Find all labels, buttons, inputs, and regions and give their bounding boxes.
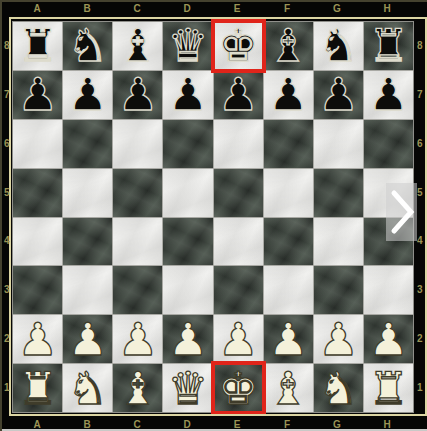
black-rook: ♜ <box>17 23 57 68</box>
white-knight: ♞ <box>68 366 108 411</box>
file-label-top-e: E <box>234 3 241 14</box>
square-a4[interactable] <box>13 218 62 266</box>
black-rook: ♜ <box>368 23 408 68</box>
next-move-button[interactable] <box>386 183 417 241</box>
square-g8[interactable]: ♞ <box>314 22 363 70</box>
square-e7[interactable]: ♟ <box>214 71 263 119</box>
square-f7[interactable]: ♟ <box>264 71 313 119</box>
white-rook: ♜ <box>368 366 408 411</box>
square-a8[interactable]: ♜ <box>13 22 62 70</box>
square-f4[interactable] <box>264 218 313 266</box>
black-knight: ♞ <box>68 23 108 68</box>
square-g6[interactable] <box>314 120 363 168</box>
black-pawn: ♟ <box>368 72 408 117</box>
rank-label-right-2: 2 <box>417 332 423 343</box>
square-b1[interactable]: ♞ <box>63 364 112 412</box>
square-b7[interactable]: ♟ <box>63 71 112 119</box>
black-bishop: ♝ <box>118 23 158 68</box>
rank-label-left-4: 4 <box>4 235 10 246</box>
square-h7[interactable]: ♟ <box>364 71 413 119</box>
square-d4[interactable] <box>163 218 212 266</box>
next-chevron-icon <box>388 184 416 240</box>
square-d7[interactable]: ♟ <box>163 71 212 119</box>
square-a6[interactable] <box>13 120 62 168</box>
square-g5[interactable] <box>314 169 363 217</box>
square-g1[interactable]: ♞ <box>314 364 363 412</box>
white-pawn: ♟ <box>368 317 408 362</box>
square-c4[interactable] <box>113 218 162 266</box>
file-label-top-a: A <box>33 3 40 14</box>
square-a5[interactable] <box>13 169 62 217</box>
square-h6[interactable] <box>364 120 413 168</box>
square-c2[interactable]: ♟ <box>113 315 162 363</box>
black-pawn: ♟ <box>318 72 358 117</box>
white-pawn: ♟ <box>218 317 258 362</box>
square-g2[interactable]: ♟ <box>314 315 363 363</box>
white-pawn: ♟ <box>268 317 308 362</box>
square-d3[interactable] <box>163 266 212 314</box>
square-b2[interactable]: ♟ <box>63 315 112 363</box>
white-pawn: ♟ <box>318 317 358 362</box>
square-e8[interactable]: ♚ <box>214 22 263 70</box>
square-c5[interactable] <box>113 169 162 217</box>
black-pawn: ♟ <box>268 72 308 117</box>
rank-label-left-7: 7 <box>4 89 10 100</box>
square-f6[interactable] <box>264 120 313 168</box>
white-bishop: ♝ <box>268 366 308 411</box>
square-c1[interactable]: ♝ <box>113 364 162 412</box>
square-e6[interactable] <box>214 120 263 168</box>
square-d8[interactable]: ♛ <box>163 22 212 70</box>
square-e3[interactable] <box>214 266 263 314</box>
rank-label-left-8: 8 <box>4 40 10 51</box>
rank-label-right-4: 4 <box>417 235 423 246</box>
white-rook: ♜ <box>17 366 57 411</box>
square-a7[interactable]: ♟ <box>13 71 62 119</box>
square-d5[interactable] <box>163 169 212 217</box>
square-c8[interactable]: ♝ <box>113 22 162 70</box>
black-pawn: ♟ <box>218 72 258 117</box>
black-king: ♚ <box>218 23 258 68</box>
square-e4[interactable] <box>214 218 263 266</box>
white-pawn: ♟ <box>68 317 108 362</box>
square-h2[interactable]: ♟ <box>364 315 413 363</box>
square-e2[interactable]: ♟ <box>214 315 263 363</box>
file-label-top-d: D <box>183 3 190 14</box>
rank-label-left-2: 2 <box>4 332 10 343</box>
square-f8[interactable]: ♝ <box>264 22 313 70</box>
square-h8[interactable]: ♜ <box>364 22 413 70</box>
white-bishop: ♝ <box>118 366 158 411</box>
black-bishop: ♝ <box>268 23 308 68</box>
file-label-top-h: H <box>383 3 390 14</box>
square-d1[interactable]: ♛ <box>163 364 212 412</box>
chess-app-window: ♜♞♝♛♚♝♞♜♟♟♟♟♟♟♟♟♟♟♟♟♟♟♟♟♜♞♝♛♚♝♞♜ ABCDEFG… <box>0 0 427 431</box>
black-pawn: ♟ <box>68 72 108 117</box>
black-knight: ♞ <box>318 23 358 68</box>
file-label-top-g: G <box>333 3 341 14</box>
square-a3[interactable] <box>13 266 62 314</box>
rank-label-left-3: 3 <box>4 284 10 295</box>
square-b5[interactable] <box>63 169 112 217</box>
square-f5[interactable] <box>264 169 313 217</box>
square-c6[interactable] <box>113 120 162 168</box>
square-a1[interactable]: ♜ <box>13 364 62 412</box>
black-queen: ♛ <box>168 23 208 68</box>
white-pawn: ♟ <box>168 317 208 362</box>
square-e5[interactable] <box>214 169 263 217</box>
black-pawn: ♟ <box>168 72 208 117</box>
white-pawn: ♟ <box>17 317 57 362</box>
square-g4[interactable] <box>314 218 363 266</box>
rank-label-right-6: 6 <box>417 137 423 148</box>
rank-label-left-5: 5 <box>4 186 10 197</box>
square-d2[interactable]: ♟ <box>163 315 212 363</box>
square-b8[interactable]: ♞ <box>63 22 112 70</box>
square-c3[interactable] <box>113 266 162 314</box>
file-label-top-b: B <box>83 3 90 14</box>
white-pawn: ♟ <box>118 317 158 362</box>
square-h1[interactable]: ♜ <box>364 364 413 412</box>
file-label-top-f: F <box>284 3 290 14</box>
square-h3[interactable] <box>364 266 413 314</box>
file-label-top-c: C <box>133 3 140 14</box>
rank-label-right-7: 7 <box>417 89 423 100</box>
square-b6[interactable] <box>63 120 112 168</box>
square-c7[interactable]: ♟ <box>113 71 162 119</box>
square-b3[interactable] <box>63 266 112 314</box>
square-f1[interactable]: ♝ <box>264 364 313 412</box>
square-d6[interactable] <box>163 120 212 168</box>
square-e1[interactable]: ♚ <box>214 364 263 412</box>
square-b4[interactable] <box>63 218 112 266</box>
white-knight: ♞ <box>318 366 358 411</box>
black-pawn: ♟ <box>118 72 158 117</box>
rank-label-right-1: 1 <box>417 381 423 392</box>
square-a2[interactable]: ♟ <box>13 315 62 363</box>
rank-label-left-6: 6 <box>4 137 10 148</box>
square-f3[interactable] <box>264 266 313 314</box>
rank-label-right-8: 8 <box>417 40 423 51</box>
chess-board: ♜♞♝♛♚♝♞♜♟♟♟♟♟♟♟♟♟♟♟♟♟♟♟♟♜♞♝♛♚♝♞♜ <box>12 21 414 413</box>
rank-label-left-1: 1 <box>4 381 10 392</box>
rank-label-right-5: 5 <box>417 186 423 197</box>
white-king: ♚ <box>218 366 258 411</box>
black-pawn: ♟ <box>17 72 57 117</box>
rank-label-right-3: 3 <box>417 284 423 295</box>
square-g7[interactable]: ♟ <box>314 71 363 119</box>
square-f2[interactable]: ♟ <box>264 315 313 363</box>
white-queen: ♛ <box>168 366 208 411</box>
square-g3[interactable] <box>314 266 363 314</box>
